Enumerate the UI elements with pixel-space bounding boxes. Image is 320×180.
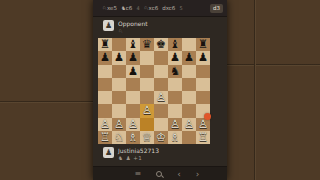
wood-background-right: [227, 0, 320, 180]
square-h4[interactable]: [196, 91, 210, 104]
square-b4[interactable]: [112, 91, 126, 104]
white-pawn: ♙: [156, 91, 166, 104]
square-a1[interactable]: ♖: [98, 131, 112, 144]
black-pawn: ♟: [170, 51, 180, 64]
opponent-avatar[interactable]: ♟: [103, 20, 114, 31]
opponent-captured-pieces: ♘: [118, 28, 148, 35]
square-e7[interactable]: [154, 51, 168, 64]
move-item[interactable]: ♘xe5: [102, 5, 117, 11]
square-e8[interactable]: ♚: [154, 38, 168, 51]
black-pawn: ♟: [100, 51, 110, 64]
white-bishop: ♗: [128, 131, 138, 144]
white-pawn: ♙: [170, 118, 180, 131]
square-g7[interactable]: ♟: [182, 51, 196, 64]
square-c6[interactable]: ♟: [126, 65, 140, 78]
square-b1[interactable]: ♘: [112, 131, 126, 144]
square-d5[interactable]: [140, 78, 154, 91]
black-pawn: ♟: [198, 51, 208, 64]
square-d4[interactable]: [140, 91, 154, 104]
white-rook: ♖: [198, 131, 208, 144]
bottom-control-bar: ≡‹›: [93, 166, 227, 180]
square-c3[interactable]: [126, 104, 140, 117]
white-pawn: ♙: [128, 118, 138, 131]
square-e6[interactable]: [154, 65, 168, 78]
white-pawn: ♙: [100, 118, 110, 131]
wood-seam: [227, 64, 320, 66]
square-e1[interactable]: ♔: [154, 131, 168, 144]
square-a3[interactable]: [98, 104, 112, 117]
player-avatar[interactable]: ♟: [103, 147, 114, 158]
move-list-bar: ♘xe5♞c64♘xc6dxc65 d3: [93, 0, 227, 17]
square-g2[interactable]: ♙: [182, 118, 196, 131]
white-pawn: ♙: [114, 118, 124, 131]
black-king: ♚: [156, 38, 166, 51]
square-a6[interactable]: [98, 65, 112, 78]
square-g6[interactable]: [182, 65, 196, 78]
square-g1[interactable]: [182, 131, 196, 144]
square-d6[interactable]: [140, 65, 154, 78]
back-icon[interactable]: ‹: [177, 168, 181, 180]
menu-icon[interactable]: ≡: [135, 168, 142, 180]
square-a4[interactable]: [98, 91, 112, 104]
alert-dot: [204, 113, 211, 120]
analysis-icon[interactable]: [156, 171, 162, 177]
captured-glyphs: ♞ ♟: [118, 155, 131, 161]
square-f3[interactable]: [168, 104, 182, 117]
square-b7[interactable]: ♟: [112, 51, 126, 64]
square-d1[interactable]: ♕: [140, 131, 154, 144]
square-h1[interactable]: ♖: [196, 131, 210, 144]
white-knight: ♘: [114, 131, 124, 144]
square-g4[interactable]: [182, 91, 196, 104]
square-f1[interactable]: ♗: [168, 131, 182, 144]
black-queen: ♛: [142, 38, 152, 51]
square-f8[interactable]: ♝: [168, 38, 182, 51]
square-h7[interactable]: ♟: [196, 51, 210, 64]
white-bishop: ♗: [170, 131, 180, 144]
material-advantage: +1: [133, 155, 142, 161]
square-c4[interactable]: [126, 91, 140, 104]
opponent-row: ♟ Opponent ♘: [93, 18, 227, 39]
square-f5[interactable]: [168, 78, 182, 91]
square-e4[interactable]: ♙: [154, 91, 168, 104]
wood-seam: [0, 101, 93, 103]
current-move-chip[interactable]: d3: [210, 4, 223, 13]
square-f6[interactable]: ♞: [168, 65, 182, 78]
square-a2[interactable]: ♙: [98, 118, 112, 131]
square-c5[interactable]: [126, 78, 140, 91]
black-knight: ♞: [170, 65, 180, 78]
square-e2[interactable]: [154, 118, 168, 131]
white-pawn: ♙: [184, 118, 194, 131]
black-pawn: ♟: [184, 51, 194, 64]
black-rook: ♜: [100, 38, 110, 51]
white-queen: ♕: [142, 131, 152, 144]
move-item[interactable]: ♘xc6: [144, 5, 159, 11]
screenshot-stage: ♘xe5♞c64♘xc6dxc65 d3 ♟ Opponent ♘ ♜♝♛♚♝♜…: [0, 0, 320, 180]
black-rook: ♜: [198, 38, 208, 51]
wood-seam: [254, 0, 256, 180]
square-c2[interactable]: ♙: [126, 118, 140, 131]
white-rook: ♖: [100, 131, 110, 144]
square-a8[interactable]: ♜: [98, 38, 112, 51]
player-captured-pieces: ♞ ♟+1: [118, 155, 159, 162]
square-a7[interactable]: ♟: [98, 51, 112, 64]
forward-icon[interactable]: ›: [196, 168, 200, 180]
chess-board: ♜♝♛♚♝♜♟♟♟♟♟♟♟♞♙♙♙♙♙♙♙♙♖♘♗♕♔♗♖: [98, 38, 210, 144]
square-e3[interactable]: [154, 104, 168, 117]
opponent-name: Opponent: [118, 20, 148, 28]
square-d7[interactable]: [140, 51, 154, 64]
square-b2[interactable]: ♙: [112, 118, 126, 131]
square-a5[interactable]: [98, 78, 112, 91]
black-bishop: ♝: [128, 38, 138, 51]
square-b6[interactable]: [112, 65, 126, 78]
wood-background-left: [0, 0, 93, 180]
square-h8[interactable]: ♜: [196, 38, 210, 51]
square-d8[interactable]: ♛: [140, 38, 154, 51]
black-pawn: ♟: [128, 65, 138, 78]
square-c1[interactable]: ♗: [126, 131, 140, 144]
white-pawn: ♙: [142, 104, 152, 117]
square-g3[interactable]: [182, 104, 196, 117]
square-e5[interactable]: [154, 78, 168, 91]
black-pawn: ♟: [128, 51, 138, 64]
square-g5[interactable]: [182, 78, 196, 91]
square-d3[interactable]: ♙: [140, 104, 154, 117]
square-b3[interactable]: [112, 104, 126, 117]
move-number: 5: [179, 5, 182, 11]
move-item[interactable]: dxc6: [162, 5, 175, 11]
square-g8[interactable]: [182, 38, 196, 51]
square-b5[interactable]: [112, 78, 126, 91]
player-row: ♟ Justinia52713 ♞ ♟+1: [93, 145, 227, 166]
square-c7[interactable]: ♟: [126, 51, 140, 64]
square-f4[interactable]: [168, 91, 182, 104]
square-f7[interactable]: ♟: [168, 51, 182, 64]
square-d2[interactable]: [140, 118, 154, 131]
black-pawn: ♟: [114, 51, 124, 64]
move-list: ♘xe5♞c64♘xc6dxc65: [102, 5, 183, 11]
square-h5[interactable]: [196, 78, 210, 91]
player-name: Justinia52713: [118, 147, 159, 155]
square-c8[interactable]: ♝: [126, 38, 140, 51]
square-f2[interactable]: ♙: [168, 118, 182, 131]
square-b8[interactable]: [112, 38, 126, 51]
phone-screen: ♘xe5♞c64♘xc6dxc65 d3 ♟ Opponent ♘ ♜♝♛♚♝♜…: [93, 0, 227, 180]
white-king: ♔: [156, 131, 166, 144]
move-number: 4: [136, 5, 139, 11]
black-bishop: ♝: [170, 38, 180, 51]
square-h6[interactable]: [196, 65, 210, 78]
move-item[interactable]: ♞c6: [121, 5, 132, 11]
